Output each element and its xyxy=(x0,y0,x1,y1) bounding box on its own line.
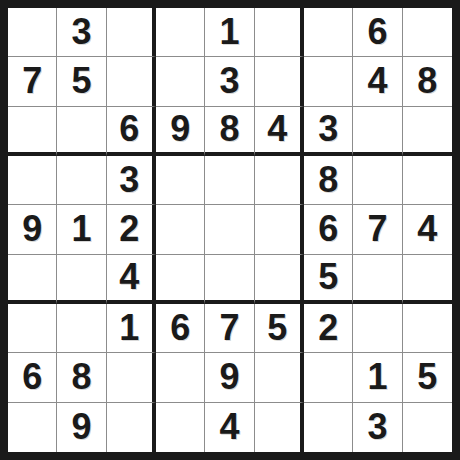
cell-r3c8-empty[interactable] xyxy=(353,107,402,156)
cell-r6c5-empty[interactable] xyxy=(205,255,254,304)
cell-r6c1-empty[interactable] xyxy=(8,255,57,304)
cell-r8c3-empty[interactable] xyxy=(107,353,156,402)
cell-r8c1-given: 6 xyxy=(8,353,57,402)
cell-r5c4-empty[interactable] xyxy=(156,205,205,254)
cell-r4c9-empty[interactable] xyxy=(403,156,452,205)
cell-r7c9-empty[interactable] xyxy=(403,304,452,353)
cell-r6c2-empty[interactable] xyxy=(57,255,106,304)
cell-r9c4-empty[interactable] xyxy=(156,403,205,452)
cell-r1c7-empty[interactable] xyxy=(304,8,353,57)
cell-r9c9-empty[interactable] xyxy=(403,403,452,452)
cell-r2c1-given: 7 xyxy=(8,57,57,106)
cell-r2c2-given: 5 xyxy=(57,57,106,106)
cell-r6c7-given: 5 xyxy=(304,255,353,304)
cell-r4c1-empty[interactable] xyxy=(8,156,57,205)
cell-r1c6-empty[interactable] xyxy=(255,8,304,57)
cell-r3c2-empty[interactable] xyxy=(57,107,106,156)
cell-r4c6-empty[interactable] xyxy=(255,156,304,205)
cell-r4c5-empty[interactable] xyxy=(205,156,254,205)
cell-r7c8-empty[interactable] xyxy=(353,304,402,353)
cell-r1c2-given: 3 xyxy=(57,8,106,57)
cell-r2c8-given: 4 xyxy=(353,57,402,106)
cell-r2c9-given: 8 xyxy=(403,57,452,106)
cell-r7c1-empty[interactable] xyxy=(8,304,57,353)
cell-r2c7-empty[interactable] xyxy=(304,57,353,106)
cell-r3c7-given: 3 xyxy=(304,107,353,156)
cell-r1c4-empty[interactable] xyxy=(156,8,205,57)
cell-r9c1-empty[interactable] xyxy=(8,403,57,452)
cell-r8c4-empty[interactable] xyxy=(156,353,205,402)
cell-r8c2-given: 8 xyxy=(57,353,106,402)
cell-r7c5-given: 7 xyxy=(205,304,254,353)
cell-r2c4-empty[interactable] xyxy=(156,57,205,106)
cell-r6c3-given: 4 xyxy=(107,255,156,304)
cell-r7c6-given: 5 xyxy=(255,304,304,353)
cell-r9c8-given: 3 xyxy=(353,403,402,452)
cell-r7c4-given: 6 xyxy=(156,304,205,353)
cell-r1c1-empty[interactable] xyxy=(8,8,57,57)
cell-r3c9-empty[interactable] xyxy=(403,107,452,156)
cell-r4c8-empty[interactable] xyxy=(353,156,402,205)
cell-r5c7-given: 6 xyxy=(304,205,353,254)
cell-r8c8-given: 1 xyxy=(353,353,402,402)
cell-r5c3-given: 2 xyxy=(107,205,156,254)
cell-r4c2-empty[interactable] xyxy=(57,156,106,205)
cell-r3c1-empty[interactable] xyxy=(8,107,57,156)
cell-r2c3-empty[interactable] xyxy=(107,57,156,106)
cell-r5c2-given: 1 xyxy=(57,205,106,254)
sudoku-puzzle: 316753486984338912674451675268915943 xyxy=(0,0,460,460)
cell-r8c7-empty[interactable] xyxy=(304,353,353,402)
cell-r8c6-empty[interactable] xyxy=(255,353,304,402)
cell-r3c3-given: 6 xyxy=(107,107,156,156)
cell-r9c7-empty[interactable] xyxy=(304,403,353,452)
cell-r3c6-given: 4 xyxy=(255,107,304,156)
cell-r7c3-given: 1 xyxy=(107,304,156,353)
cell-r8c5-given: 9 xyxy=(205,353,254,402)
cell-r2c5-given: 3 xyxy=(205,57,254,106)
cell-r3c4-given: 9 xyxy=(156,107,205,156)
cell-r5c1-given: 9 xyxy=(8,205,57,254)
cell-r4c4-empty[interactable] xyxy=(156,156,205,205)
cell-r6c9-empty[interactable] xyxy=(403,255,452,304)
cell-r6c6-empty[interactable] xyxy=(255,255,304,304)
cell-r4c7-given: 8 xyxy=(304,156,353,205)
cell-r7c2-empty[interactable] xyxy=(57,304,106,353)
cell-r9c5-given: 4 xyxy=(205,403,254,452)
cell-r9c6-empty[interactable] xyxy=(255,403,304,452)
cell-r9c3-empty[interactable] xyxy=(107,403,156,452)
cell-r6c4-empty[interactable] xyxy=(156,255,205,304)
cell-r1c8-given: 6 xyxy=(353,8,402,57)
cell-r5c6-empty[interactable] xyxy=(255,205,304,254)
cell-r7c7-given: 2 xyxy=(304,304,353,353)
cell-r5c9-given: 4 xyxy=(403,205,452,254)
sudoku-board: 316753486984338912674451675268915943 xyxy=(0,0,460,460)
cell-r4c3-given: 3 xyxy=(107,156,156,205)
cell-r6c8-empty[interactable] xyxy=(353,255,402,304)
cell-r8c9-given: 5 xyxy=(403,353,452,402)
cell-r5c5-empty[interactable] xyxy=(205,205,254,254)
cell-r9c2-given: 9 xyxy=(57,403,106,452)
cell-r1c5-given: 1 xyxy=(205,8,254,57)
cell-r2c6-empty[interactable] xyxy=(255,57,304,106)
cell-r1c9-empty[interactable] xyxy=(403,8,452,57)
cell-r5c8-given: 7 xyxy=(353,205,402,254)
cell-r1c3-empty[interactable] xyxy=(107,8,156,57)
cell-r3c5-given: 8 xyxy=(205,107,254,156)
